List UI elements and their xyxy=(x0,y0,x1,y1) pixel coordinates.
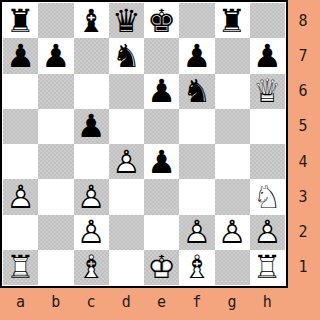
file-label-b: b xyxy=(38,287,73,317)
square-c3: ♟♙ xyxy=(74,179,109,214)
white-pawn: ♙ xyxy=(218,216,247,248)
white-bishop: ♗ xyxy=(183,251,212,283)
square-d7: ♞ xyxy=(109,38,144,73)
file-label-d: d xyxy=(109,287,144,317)
square-e2 xyxy=(144,215,179,250)
diagram-background: { "game": "chess", "position": { "fen": … xyxy=(0,0,320,320)
square-f3 xyxy=(179,179,214,214)
square-h4 xyxy=(250,144,285,179)
white-pawn: ♙ xyxy=(77,216,106,248)
square-a8: ♜ xyxy=(3,3,38,38)
white-rook: ♖ xyxy=(6,251,35,283)
rank-label-5: 5 xyxy=(288,109,318,144)
square-g1 xyxy=(215,250,250,285)
square-g4 xyxy=(215,144,250,179)
square-h7: ♟ xyxy=(250,38,285,73)
square-f5 xyxy=(179,109,214,144)
file-label-h: h xyxy=(250,287,285,317)
square-d8: ♛ xyxy=(109,3,144,38)
file-label-e: e xyxy=(144,287,179,317)
black-pawn: ♟ xyxy=(77,110,106,142)
square-g2: ♟♙ xyxy=(215,215,250,250)
black-pawn: ♟ xyxy=(183,40,212,72)
square-b2 xyxy=(38,215,73,250)
square-g3 xyxy=(215,179,250,214)
square-h1: ♜♖ xyxy=(250,250,285,285)
square-b1 xyxy=(38,250,73,285)
black-bishop: ♝ xyxy=(77,5,106,37)
rank-label-8: 8 xyxy=(288,3,318,38)
square-a5 xyxy=(3,109,38,144)
square-c6 xyxy=(74,74,109,109)
square-e8: ♚ xyxy=(144,3,179,38)
square-b4 xyxy=(38,144,73,179)
square-e5 xyxy=(144,109,179,144)
file-label-g: g xyxy=(215,287,250,317)
square-c4 xyxy=(74,144,109,179)
square-b7: ♟ xyxy=(38,38,73,73)
square-h2: ♟♙ xyxy=(250,215,285,250)
black-pawn: ♟ xyxy=(147,146,176,178)
square-a1: ♜♖ xyxy=(3,250,38,285)
white-bishop: ♗ xyxy=(77,251,106,283)
square-f6: ♞ xyxy=(179,74,214,109)
chess-board: ♜♝♛♚♜♟♟♞♟♟♟♞♛♕♟♟♙♟♟♙♟♙♞♘♟♙♟♙♟♙♟♙♜♖♝♗♚♔♝♗… xyxy=(0,0,288,288)
square-d2 xyxy=(109,215,144,250)
square-d6 xyxy=(109,74,144,109)
black-rook: ♜ xyxy=(218,5,247,37)
rank-label-4: 4 xyxy=(288,144,318,179)
black-pawn: ♟ xyxy=(253,40,282,72)
square-b6 xyxy=(38,74,73,109)
square-b3 xyxy=(38,179,73,214)
square-f2: ♟♙ xyxy=(179,215,214,250)
white-pawn: ♙ xyxy=(253,216,282,248)
square-g5 xyxy=(215,109,250,144)
rank-label-6: 6 xyxy=(288,74,318,109)
square-e1: ♚♔ xyxy=(144,250,179,285)
square-c2: ♟♙ xyxy=(74,215,109,250)
square-h8 xyxy=(250,3,285,38)
rank-labels: 87654321 xyxy=(288,3,318,285)
black-pawn: ♟ xyxy=(6,40,35,72)
square-e7 xyxy=(144,38,179,73)
black-knight: ♞ xyxy=(183,75,212,107)
file-label-f: f xyxy=(179,287,214,317)
square-h6: ♛♕ xyxy=(250,74,285,109)
file-label-a: a xyxy=(3,287,38,317)
black-rook: ♜ xyxy=(6,5,35,37)
square-g6 xyxy=(215,74,250,109)
black-king: ♚ xyxy=(147,5,176,37)
square-a7: ♟ xyxy=(3,38,38,73)
white-rook: ♖ xyxy=(253,251,282,283)
black-pawn: ♟ xyxy=(42,40,71,72)
square-c7 xyxy=(74,38,109,73)
white-pawn: ♙ xyxy=(77,181,106,213)
square-d3 xyxy=(109,179,144,214)
square-h5 xyxy=(250,109,285,144)
rank-label-3: 3 xyxy=(288,179,318,214)
file-label-c: c xyxy=(74,287,109,317)
white-king: ♔ xyxy=(147,251,176,283)
white-pawn: ♙ xyxy=(183,216,212,248)
white-queen: ♕ xyxy=(253,75,282,107)
white-pawn: ♙ xyxy=(112,146,141,178)
black-queen: ♛ xyxy=(112,5,141,37)
square-d4: ♟♙ xyxy=(109,144,144,179)
square-a6 xyxy=(3,74,38,109)
rank-label-2: 2 xyxy=(288,215,318,250)
square-a3: ♟♙ xyxy=(3,179,38,214)
square-d5 xyxy=(109,109,144,144)
square-c8: ♝ xyxy=(74,3,109,38)
square-b5 xyxy=(38,109,73,144)
square-h3: ♞♘ xyxy=(250,179,285,214)
rank-label-7: 7 xyxy=(288,38,318,73)
square-a2 xyxy=(3,215,38,250)
square-f7: ♟ xyxy=(179,38,214,73)
square-e6: ♟ xyxy=(144,74,179,109)
square-a4 xyxy=(3,144,38,179)
square-g7 xyxy=(215,38,250,73)
square-e4: ♟ xyxy=(144,144,179,179)
square-b8 xyxy=(38,3,73,38)
rank-label-1: 1 xyxy=(288,250,318,285)
square-d1 xyxy=(109,250,144,285)
square-e3 xyxy=(144,179,179,214)
white-knight: ♘ xyxy=(253,181,282,213)
file-labels: abcdefgh xyxy=(3,287,285,317)
black-pawn: ♟ xyxy=(147,75,176,107)
white-pawn: ♙ xyxy=(6,181,35,213)
square-f1: ♝♗ xyxy=(179,250,214,285)
square-c1: ♝♗ xyxy=(74,250,109,285)
square-f4 xyxy=(179,144,214,179)
square-c5: ♟ xyxy=(74,109,109,144)
black-knight: ♞ xyxy=(112,40,141,72)
square-f8 xyxy=(179,3,214,38)
square-g8: ♜ xyxy=(215,3,250,38)
